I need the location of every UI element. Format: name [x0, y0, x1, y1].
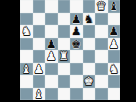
square-f7[interactable]: ♞ [83, 13, 96, 26]
square-d4[interactable]: ♜ [58, 50, 71, 63]
square-b2[interactable] [33, 75, 46, 88]
chess-board: ♛♝♟♞♞♟♟♟♚♟♟♜♝♟♞♚♝ [20, 0, 120, 100]
white-bishop: ♝ [34, 88, 44, 101]
square-g3[interactable] [95, 63, 108, 76]
square-h8[interactable]: ♝ [108, 0, 121, 13]
square-b6[interactable] [33, 25, 46, 38]
white-king: ♚ [84, 75, 94, 88]
square-h1[interactable] [108, 88, 121, 101]
square-e3[interactable] [70, 63, 83, 76]
square-c2[interactable] [45, 75, 58, 88]
square-c1[interactable] [45, 88, 58, 101]
square-b7[interactable] [33, 13, 46, 26]
square-a4[interactable] [20, 50, 33, 63]
white-knight: ♞ [21, 25, 31, 38]
white-pawn: ♟ [46, 50, 56, 63]
square-d6[interactable] [58, 25, 71, 38]
square-h2[interactable] [108, 75, 121, 88]
square-g7[interactable] [95, 13, 108, 26]
square-b8[interactable] [33, 0, 46, 13]
square-g2[interactable] [95, 75, 108, 88]
white-queen: ♛ [96, 0, 106, 13]
square-f4[interactable] [83, 50, 96, 63]
square-h3[interactable]: ♞ [108, 63, 121, 76]
square-c3[interactable] [45, 63, 58, 76]
square-c8[interactable] [45, 0, 58, 13]
white-rook: ♜ [59, 50, 69, 63]
white-pawn: ♟ [34, 63, 44, 76]
black-bishop: ♝ [109, 0, 119, 13]
square-a6[interactable]: ♞ [20, 25, 33, 38]
black-pawn: ♟ [71, 25, 81, 38]
square-e8[interactable] [70, 0, 83, 13]
square-a5[interactable] [20, 38, 33, 51]
square-a1[interactable] [20, 88, 33, 101]
square-a8[interactable] [20, 0, 33, 13]
square-e4[interactable] [70, 50, 83, 63]
square-g8[interactable]: ♛ [95, 0, 108, 13]
square-d1[interactable] [58, 88, 71, 101]
square-e2[interactable] [70, 75, 83, 88]
white-knight: ♞ [109, 63, 119, 76]
square-b5[interactable] [33, 38, 46, 51]
white-pawn: ♟ [109, 38, 119, 51]
square-c7[interactable] [45, 13, 58, 26]
black-king: ♚ [71, 38, 81, 51]
square-b4[interactable] [33, 50, 46, 63]
square-g1[interactable] [95, 88, 108, 101]
square-g5[interactable] [95, 38, 108, 51]
square-f8[interactable] [83, 0, 96, 13]
square-a3[interactable]: ♝ [20, 63, 33, 76]
square-e6[interactable]: ♟ [70, 25, 83, 38]
square-d7[interactable] [58, 13, 71, 26]
square-h4[interactable] [108, 50, 121, 63]
square-d3[interactable] [58, 63, 71, 76]
square-c6[interactable] [45, 25, 58, 38]
chess-diagram: ♛♝♟♞♞♟♟♟♚♟♟♜♝♟♞♚♝ [0, 0, 136, 102]
white-bishop: ♝ [21, 63, 31, 76]
square-f2[interactable]: ♚ [83, 75, 96, 88]
square-c4[interactable]: ♟ [45, 50, 58, 63]
square-b1[interactable]: ♝ [33, 88, 46, 101]
square-e1[interactable] [70, 88, 83, 101]
square-d2[interactable] [58, 75, 71, 88]
square-a2[interactable] [20, 75, 33, 88]
square-f5[interactable] [83, 38, 96, 51]
square-f6[interactable] [83, 25, 96, 38]
square-b3[interactable]: ♟ [33, 63, 46, 76]
square-g6[interactable] [95, 25, 108, 38]
square-g4[interactable] [95, 50, 108, 63]
black-pawn: ♟ [109, 25, 119, 38]
square-e5[interactable]: ♚ [70, 38, 83, 51]
black-knight: ♞ [84, 13, 94, 26]
square-f1[interactable] [83, 88, 96, 101]
square-h6[interactable]: ♟ [108, 25, 121, 38]
square-d8[interactable] [58, 0, 71, 13]
square-h5[interactable]: ♟ [108, 38, 121, 51]
